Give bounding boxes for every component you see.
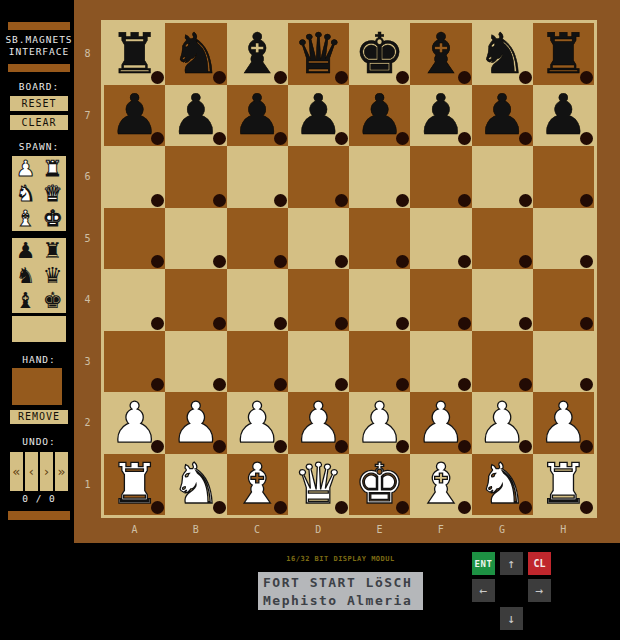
lcd-line2: Mephisto Almeria — [263, 592, 423, 610]
piece-white-rook[interactable]: ♜ — [538, 456, 588, 512]
sidebar-title-line1: SB.MAGNETS — [0, 34, 78, 45]
clear-cl-button[interactable]: CL — [528, 552, 551, 575]
undo-button-row: «‹›» — [10, 452, 68, 491]
up-arrow-button[interactable]: ↑ — [500, 552, 523, 575]
spawn-black-rook[interactable]: ♜ — [39, 238, 66, 263]
square-b8[interactable]: ♞ — [165, 23, 226, 85]
square-a8[interactable]: ♜ — [104, 23, 165, 85]
hand-slot[interactable] — [12, 368, 62, 405]
sensor-dot — [274, 194, 287, 207]
mephisto-emulator-window: SB.MAGNETS INTERFACE BOARD: RESET CLEAR … — [0, 0, 620, 640]
piece-white-pawn[interactable]: ♟ — [355, 395, 405, 451]
sensor-dot — [213, 194, 226, 207]
square-e2[interactable]: ♟ — [349, 392, 410, 454]
sensor-dot — [151, 317, 164, 330]
piece-black-pawn[interactable]: ♟ — [232, 87, 282, 143]
square-d4[interactable] — [288, 269, 349, 331]
piece-black-pawn[interactable]: ♟ — [171, 87, 221, 143]
square-e5[interactable] — [349, 208, 410, 270]
clear-button[interactable]: CLEAR — [10, 115, 68, 130]
square-f5[interactable] — [410, 208, 471, 270]
right-arrow-button[interactable]: → — [528, 579, 551, 602]
square-a2[interactable]: ♟ — [104, 392, 165, 454]
display-module-label: 16/32 BIT DISPLAY MODUL — [258, 555, 423, 563]
sensor-dot — [580, 317, 593, 330]
rank-label-5: 5 — [74, 208, 101, 270]
remove-button[interactable]: REMOVE — [10, 410, 68, 424]
rank-label-6: 6 — [74, 146, 101, 208]
rank-labels: 87654321 — [74, 23, 101, 515]
piece-white-king[interactable]: ♚ — [355, 456, 405, 512]
piece-white-knight[interactable]: ♞ — [171, 456, 221, 512]
piece-black-bishop[interactable]: ♝ — [416, 26, 466, 82]
rank-label-4: 4 — [74, 269, 101, 331]
square-c1[interactable]: ♝ — [227, 454, 288, 516]
undo-section-label: UNDO: — [0, 436, 78, 447]
square-g3[interactable] — [472, 331, 533, 393]
square-a3[interactable] — [104, 331, 165, 393]
file-label-a: A — [104, 518, 165, 540]
redo-all-button[interactable]: » — [55, 452, 68, 491]
piece-white-pawn[interactable]: ♟ — [293, 395, 343, 451]
square-d8[interactable]: ♛ — [288, 23, 349, 85]
file-label-g: G — [472, 518, 533, 540]
square-d7[interactable]: ♟ — [288, 85, 349, 147]
square-h2[interactable]: ♟ — [533, 392, 594, 454]
sensor-dot — [396, 194, 409, 207]
square-c8[interactable]: ♝ — [227, 23, 288, 85]
piece-black-rook[interactable]: ♜ — [110, 26, 160, 82]
down-arrow-button[interactable]: ↓ — [500, 607, 523, 630]
piece-black-king[interactable]: ♚ — [355, 26, 405, 82]
square-a6[interactable] — [104, 146, 165, 208]
spawn-black-queen[interactable]: ♛ — [39, 263, 66, 288]
piece-black-pawn[interactable]: ♟ — [538, 87, 588, 143]
square-b7[interactable]: ♟ — [165, 85, 226, 147]
square-d1[interactable]: ♛ — [288, 454, 349, 516]
file-label-d: D — [288, 518, 349, 540]
square-c5[interactable] — [227, 208, 288, 270]
file-label-b: B — [165, 518, 226, 540]
square-d6[interactable] — [288, 146, 349, 208]
sensor-dot — [458, 194, 471, 207]
sidebar-title-line2: INTERFACE — [0, 46, 78, 57]
square-a7[interactable]: ♟ — [104, 85, 165, 147]
square-e3[interactable] — [349, 331, 410, 393]
square-g7[interactable]: ♟ — [472, 85, 533, 147]
chess-board: ♜♞♝♛♚♝♞♜♟♟♟♟♟♟♟♟♟♟♟♟♟♟♟♟♜♞♝♛♚♝♞♜ — [104, 23, 594, 515]
square-g2[interactable]: ♟ — [472, 392, 533, 454]
square-f6[interactable] — [410, 146, 471, 208]
rank-label-8: 8 — [74, 23, 101, 85]
piece-black-pawn[interactable]: ♟ — [293, 87, 343, 143]
lcd-display: FORT START LöSCH Mephisto Almeria — [258, 572, 423, 610]
square-f3[interactable] — [410, 331, 471, 393]
spawn-black-king[interactable]: ♚ — [39, 288, 66, 313]
square-f8[interactable]: ♝ — [410, 23, 471, 85]
square-c3[interactable] — [227, 331, 288, 393]
piece-black-knight[interactable]: ♞ — [171, 26, 221, 82]
sensor-dot — [580, 194, 593, 207]
sensor-dot — [151, 255, 164, 268]
sensor-dot — [396, 255, 409, 268]
square-f1[interactable]: ♝ — [410, 454, 471, 516]
piece-white-pawn[interactable]: ♟ — [416, 395, 466, 451]
lcd-line1: FORT START LöSCH — [263, 574, 423, 592]
sensor-dot — [213, 317, 226, 330]
square-c6[interactable] — [227, 146, 288, 208]
piece-white-pawn[interactable]: ♟ — [538, 395, 588, 451]
spawn-palette-white: ♟♜♞♛♝♚ — [12, 156, 66, 231]
file-label-e: E — [349, 518, 410, 540]
piece-black-bishop[interactable]: ♝ — [232, 26, 282, 82]
piece-white-pawn[interactable]: ♟ — [110, 395, 160, 451]
rank-label-1: 1 — [74, 454, 101, 516]
piece-white-bishop[interactable]: ♝ — [416, 456, 466, 512]
file-labels: ABCDEFGH — [104, 518, 594, 540]
piece-black-pawn[interactable]: ♟ — [477, 87, 527, 143]
undo-counter: 0 / 0 — [0, 493, 78, 504]
sensor-dot — [580, 255, 593, 268]
square-a4[interactable] — [104, 269, 165, 331]
undo-all-button[interactable]: « — [10, 452, 23, 491]
square-d3[interactable] — [288, 331, 349, 393]
file-label-f: F — [410, 518, 471, 540]
sensor-dot — [151, 194, 164, 207]
sensor-dot — [274, 255, 287, 268]
square-f4[interactable] — [410, 269, 471, 331]
spawn-black-knight[interactable]: ♞ — [12, 263, 39, 288]
square-a1[interactable]: ♜ — [104, 454, 165, 516]
square-g4[interactable] — [472, 269, 533, 331]
square-h5[interactable] — [533, 208, 594, 270]
spawn-section-label: SPAWN: — [0, 141, 78, 152]
square-e8[interactable]: ♚ — [349, 23, 410, 85]
square-a5[interactable] — [104, 208, 165, 270]
square-b4[interactable] — [165, 269, 226, 331]
rank-label-3: 3 — [74, 331, 101, 393]
spawn-black-pawn[interactable]: ♟ — [12, 238, 39, 263]
reset-button[interactable]: RESET — [10, 96, 68, 111]
square-e7[interactable]: ♟ — [349, 85, 410, 147]
square-e4[interactable] — [349, 269, 410, 331]
empty-square-swatch[interactable] — [12, 316, 66, 342]
sensor-dot — [519, 194, 532, 207]
piece-black-pawn[interactable]: ♟ — [110, 87, 160, 143]
sensor-dot — [458, 317, 471, 330]
piece-white-rook[interactable]: ♜ — [110, 456, 160, 512]
square-f7[interactable]: ♟ — [410, 85, 471, 147]
square-e1[interactable]: ♚ — [349, 454, 410, 516]
sidebar-divider-bar — [8, 64, 70, 72]
left-arrow-button[interactable]: ← — [472, 579, 495, 602]
square-c2[interactable]: ♟ — [227, 392, 288, 454]
spawn-palette-black: ♟♜♞♛♝♚ — [12, 238, 66, 313]
square-c4[interactable] — [227, 269, 288, 331]
square-c7[interactable]: ♟ — [227, 85, 288, 147]
hand-section-label: HAND: — [0, 354, 78, 365]
piece-black-queen[interactable]: ♛ — [293, 26, 343, 82]
square-h7[interactable]: ♟ — [533, 85, 594, 147]
sensor-dot — [335, 255, 348, 268]
square-b2[interactable]: ♟ — [165, 392, 226, 454]
piece-white-queen[interactable]: ♛ — [293, 456, 343, 512]
square-g6[interactable] — [472, 146, 533, 208]
sensor-dot — [458, 255, 471, 268]
piece-white-pawn[interactable]: ♟ — [232, 395, 282, 451]
spawn-white-queen[interactable]: ♛ — [39, 181, 66, 206]
square-g5[interactable] — [472, 208, 533, 270]
spawn-white-pawn[interactable]: ♟ — [12, 156, 39, 181]
square-f2[interactable]: ♟ — [410, 392, 471, 454]
piece-black-rook[interactable]: ♜ — [538, 26, 588, 82]
spawn-white-rook[interactable]: ♜ — [39, 156, 66, 181]
sensor-dot — [519, 255, 532, 268]
square-b5[interactable] — [165, 208, 226, 270]
square-h4[interactable] — [533, 269, 594, 331]
sensor-dot — [335, 194, 348, 207]
rank-label-2: 2 — [74, 392, 101, 454]
piece-black-pawn[interactable]: ♟ — [355, 87, 405, 143]
file-label-c: C — [227, 518, 288, 540]
spawn-black-bishop[interactable]: ♝ — [12, 288, 39, 313]
sensor-dot — [274, 317, 287, 330]
square-b6[interactable] — [165, 146, 226, 208]
square-h3[interactable] — [533, 331, 594, 393]
board-section-label: BOARD: — [0, 81, 78, 92]
spawn-white-bishop[interactable]: ♝ — [12, 206, 39, 231]
square-h6[interactable] — [533, 146, 594, 208]
square-g1[interactable]: ♞ — [472, 454, 533, 516]
file-label-h: H — [533, 518, 594, 540]
piece-white-knight[interactable]: ♞ — [477, 456, 527, 512]
square-e6[interactable] — [349, 146, 410, 208]
redo-button[interactable]: › — [40, 452, 53, 491]
sidebar-divider-bar — [8, 22, 70, 30]
spawn-white-king[interactable]: ♚ — [39, 206, 66, 231]
spawn-white-knight[interactable]: ♞ — [12, 181, 39, 206]
undo-button[interactable]: ‹ — [25, 452, 38, 491]
rank-label-7: 7 — [74, 85, 101, 147]
piece-black-knight[interactable]: ♞ — [477, 26, 527, 82]
sensor-dot — [213, 255, 226, 268]
square-h8[interactable]: ♜ — [533, 23, 594, 85]
board-frame: 87654321 ♜♞♝♛♚♝♞♜♟♟♟♟♟♟♟♟♟♟♟♟♟♟♟♟♜♞♝♛♚♝♞… — [74, 0, 620, 543]
piece-white-pawn[interactable]: ♟ — [171, 395, 221, 451]
piece-black-pawn[interactable]: ♟ — [416, 87, 466, 143]
sensor-dot — [519, 317, 532, 330]
board-outline: ♜♞♝♛♚♝♞♜♟♟♟♟♟♟♟♟♟♟♟♟♟♟♟♟♜♞♝♛♚♝♞♜ — [101, 20, 597, 518]
sidebar-divider-bar — [8, 511, 70, 520]
piece-white-pawn[interactable]: ♟ — [477, 395, 527, 451]
square-g8[interactable]: ♞ — [472, 23, 533, 85]
piece-white-bishop[interactable]: ♝ — [232, 456, 282, 512]
square-b1[interactable]: ♞ — [165, 454, 226, 516]
sensor-dot — [396, 317, 409, 330]
enter-button[interactable]: ENT — [472, 552, 495, 575]
sensor-dot — [335, 317, 348, 330]
square-h1[interactable]: ♜ — [533, 454, 594, 516]
square-d5[interactable] — [288, 208, 349, 270]
square-d2[interactable]: ♟ — [288, 392, 349, 454]
square-b3[interactable] — [165, 331, 226, 393]
